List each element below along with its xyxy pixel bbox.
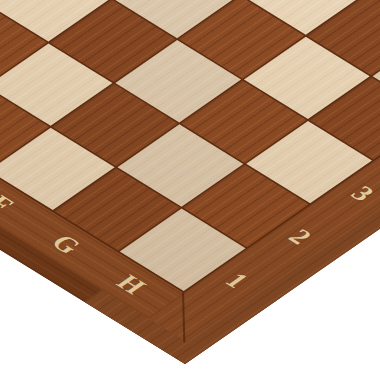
- chess-board: ABCDEFGH 12345678: [0, 0, 380, 341]
- chessboard-product-photo: ABCDEFGH 12345678: [0, 0, 380, 380]
